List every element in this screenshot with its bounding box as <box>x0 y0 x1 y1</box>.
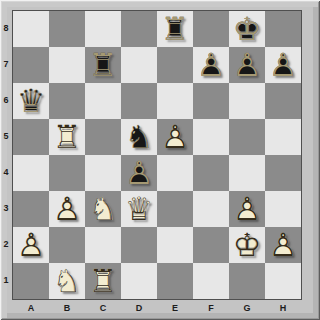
square-g6[interactable] <box>229 83 265 119</box>
square-e7[interactable] <box>157 47 193 83</box>
piece-glyph-fill: ♛ <box>13 83 49 119</box>
square-e3[interactable] <box>157 191 193 227</box>
piece-glyph-outline: ♖ <box>85 263 121 299</box>
square-b6[interactable] <box>49 83 85 119</box>
square-c7[interactable]: ♜♖ <box>85 47 121 83</box>
square-e6[interactable] <box>157 83 193 119</box>
square-a7[interactable] <box>13 47 49 83</box>
piece-glyph-outline: ♖ <box>157 11 193 47</box>
square-h8[interactable] <box>265 11 301 47</box>
square-d7[interactable] <box>121 47 157 83</box>
piece-white-pawn-e5[interactable]: ♟♙ <box>157 119 193 155</box>
file-label-f: F <box>193 300 229 316</box>
square-h1[interactable] <box>265 263 301 299</box>
piece-white-rook-c1[interactable]: ♜♖ <box>85 263 121 299</box>
piece-white-pawn-h2[interactable]: ♟♙ <box>265 227 301 263</box>
piece-glyph-outline: ♙ <box>121 155 157 191</box>
square-e5[interactable]: ♟♙ <box>157 119 193 155</box>
square-f4[interactable] <box>193 155 229 191</box>
file-label-g: G <box>229 300 265 316</box>
square-c5[interactable] <box>85 119 121 155</box>
square-g3[interactable]: ♟♙ <box>229 191 265 227</box>
square-b5[interactable]: ♜♖ <box>49 119 85 155</box>
piece-glyph-fill: ♟ <box>229 47 265 83</box>
square-e1[interactable] <box>157 263 193 299</box>
square-c2[interactable] <box>85 227 121 263</box>
rank-label-2: 2 <box>0 226 12 262</box>
piece-glyph-outline: ♙ <box>265 47 301 83</box>
piece-white-king-g2[interactable]: ♚♔ <box>229 227 265 263</box>
square-g2[interactable]: ♚♔ <box>229 227 265 263</box>
square-b8[interactable] <box>49 11 85 47</box>
piece-glyph-fill: ♚ <box>229 11 265 47</box>
square-c6[interactable] <box>85 83 121 119</box>
piece-black-rook-c7[interactable]: ♜♖ <box>85 47 121 83</box>
square-g5[interactable] <box>229 119 265 155</box>
rank-label-5: 5 <box>0 118 12 154</box>
square-f8[interactable] <box>193 11 229 47</box>
square-h5[interactable] <box>265 119 301 155</box>
piece-black-knight-d5[interactable]: ♞♘ <box>121 119 157 155</box>
square-h7[interactable]: ♟♙ <box>265 47 301 83</box>
piece-black-queen-a6[interactable]: ♛♕ <box>13 83 49 119</box>
square-b2[interactable] <box>49 227 85 263</box>
piece-glyph-fill: ♜ <box>157 11 193 47</box>
square-g4[interactable] <box>229 155 265 191</box>
square-g8[interactable]: ♚♔ <box>229 11 265 47</box>
square-f5[interactable] <box>193 119 229 155</box>
piece-glyph-fill: ♟ <box>265 47 301 83</box>
rank-label-6: 6 <box>0 82 12 118</box>
file-label-d: D <box>121 300 157 316</box>
square-a8[interactable] <box>13 11 49 47</box>
piece-glyph-outline: ♘ <box>121 119 157 155</box>
piece-glyph-outline: ♔ <box>229 11 265 47</box>
piece-glyph-fill: ♟ <box>49 191 85 227</box>
square-d2[interactable] <box>121 227 157 263</box>
piece-white-pawn-a2[interactable]: ♟♙ <box>13 227 49 263</box>
piece-glyph-outline: ♙ <box>265 227 301 263</box>
piece-glyph-outline: ♖ <box>49 119 85 155</box>
rank-label-4: 4 <box>0 154 12 190</box>
rank-label-3: 3 <box>0 190 12 226</box>
square-e4[interactable] <box>157 155 193 191</box>
piece-glyph-outline: ♔ <box>229 227 265 263</box>
square-b1[interactable]: ♞♘ <box>49 263 85 299</box>
piece-glyph-fill: ♛ <box>121 191 157 227</box>
square-a3[interactable] <box>13 191 49 227</box>
piece-glyph-outline: ♕ <box>121 191 157 227</box>
square-b3[interactable]: ♟♙ <box>49 191 85 227</box>
piece-glyph-fill: ♟ <box>265 227 301 263</box>
square-d6[interactable] <box>121 83 157 119</box>
square-a4[interactable] <box>13 155 49 191</box>
piece-black-king-g8[interactable]: ♚♔ <box>229 11 265 47</box>
square-e8[interactable]: ♜♖ <box>157 11 193 47</box>
square-a5[interactable] <box>13 119 49 155</box>
chess-board: ♜♖♚♔♜♖♟♙♟♙♟♙♛♕♜♖♞♘♟♙♟♙♟♙♞♘♛♕♟♙♟♙♚♔♟♙♞♘♜♖ <box>12 10 302 300</box>
file-label-a: A <box>13 300 49 316</box>
rank-label-1: 1 <box>0 262 12 298</box>
piece-black-pawn-f7[interactable]: ♟♙ <box>193 47 229 83</box>
square-f3[interactable] <box>193 191 229 227</box>
piece-glyph-outline: ♙ <box>13 227 49 263</box>
piece-glyph-fill: ♟ <box>229 191 265 227</box>
piece-black-pawn-g7[interactable]: ♟♙ <box>229 47 265 83</box>
square-h2[interactable]: ♟♙ <box>265 227 301 263</box>
piece-white-pawn-g3[interactable]: ♟♙ <box>229 191 265 227</box>
square-f6[interactable] <box>193 83 229 119</box>
piece-white-knight-b1[interactable]: ♞♘ <box>49 263 85 299</box>
piece-white-queen-d3[interactable]: ♛♕ <box>121 191 157 227</box>
square-c8[interactable] <box>85 11 121 47</box>
piece-glyph-fill: ♟ <box>121 155 157 191</box>
square-d4[interactable]: ♟♙ <box>121 155 157 191</box>
piece-white-knight-c3[interactable]: ♞♘ <box>85 191 121 227</box>
piece-glyph-outline: ♙ <box>193 47 229 83</box>
piece-glyph-fill: ♟ <box>157 119 193 155</box>
piece-glyph-outline: ♖ <box>85 47 121 83</box>
square-h4[interactable] <box>265 155 301 191</box>
square-c1[interactable]: ♜♖ <box>85 263 121 299</box>
piece-glyph-fill: ♞ <box>121 119 157 155</box>
square-f7[interactable]: ♟♙ <box>193 47 229 83</box>
rank-labels: 8 7 6 5 4 3 2 1 <box>0 10 12 298</box>
square-a1[interactable] <box>13 263 49 299</box>
piece-glyph-outline: ♕ <box>13 83 49 119</box>
file-label-e: E <box>157 300 193 316</box>
piece-black-rook-e8[interactable]: ♜♖ <box>157 11 193 47</box>
piece-white-pawn-b3[interactable]: ♟♙ <box>49 191 85 227</box>
chess-diagram-window: 8 7 6 5 4 3 2 1 ♜♖♚♔♜♖♟♙♟♙♟♙♛♕♜♖♞♘♟♙♟♙♟♙… <box>0 0 320 320</box>
square-b7[interactable] <box>49 47 85 83</box>
square-d3[interactable]: ♛♕ <box>121 191 157 227</box>
square-a6[interactable]: ♛♕ <box>13 83 49 119</box>
piece-glyph-fill: ♜ <box>85 263 121 299</box>
file-label-h: H <box>265 300 301 316</box>
rank-label-8: 8 <box>0 10 12 46</box>
square-e2[interactable] <box>157 227 193 263</box>
square-h3[interactable] <box>265 191 301 227</box>
square-b4[interactable] <box>49 155 85 191</box>
file-label-c: C <box>85 300 121 316</box>
square-g1[interactable] <box>229 263 265 299</box>
square-g7[interactable]: ♟♙ <box>229 47 265 83</box>
piece-glyph-outline: ♘ <box>85 191 121 227</box>
piece-black-pawn-h7[interactable]: ♟♙ <box>265 47 301 83</box>
piece-glyph-outline: ♙ <box>49 191 85 227</box>
square-h6[interactable] <box>265 83 301 119</box>
square-f1[interactable] <box>193 263 229 299</box>
piece-glyph-outline: ♙ <box>229 47 265 83</box>
piece-glyph-fill: ♞ <box>49 263 85 299</box>
file-labels: A B C D E F G H <box>13 300 301 316</box>
square-a2[interactable]: ♟♙ <box>13 227 49 263</box>
piece-glyph-outline: ♘ <box>49 263 85 299</box>
piece-glyph-fill: ♜ <box>49 119 85 155</box>
square-f2[interactable] <box>193 227 229 263</box>
square-d1[interactable] <box>121 263 157 299</box>
piece-black-pawn-d4[interactable]: ♟♙ <box>121 155 157 191</box>
file-label-b: B <box>49 300 85 316</box>
square-d8[interactable] <box>121 11 157 47</box>
piece-glyph-fill: ♚ <box>229 227 265 263</box>
piece-white-rook-b5[interactable]: ♜♖ <box>49 119 85 155</box>
rank-label-7: 7 <box>0 46 12 82</box>
piece-glyph-fill: ♟ <box>193 47 229 83</box>
piece-glyph-outline: ♙ <box>229 191 265 227</box>
square-c4[interactable] <box>85 155 121 191</box>
piece-glyph-fill: ♜ <box>85 47 121 83</box>
piece-glyph-outline: ♙ <box>157 119 193 155</box>
piece-glyph-fill: ♟ <box>13 227 49 263</box>
square-d5[interactable]: ♞♘ <box>121 119 157 155</box>
piece-glyph-fill: ♞ <box>85 191 121 227</box>
square-c3[interactable]: ♞♘ <box>85 191 121 227</box>
